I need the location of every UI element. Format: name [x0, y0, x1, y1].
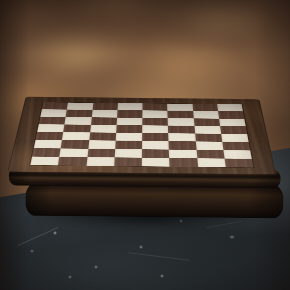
- square-f6: [169, 141, 196, 149]
- square-h8: [224, 158, 253, 167]
- square-h6: [169, 158, 197, 167]
- square-h4: [114, 157, 142, 166]
- board-frame: [7, 97, 276, 175]
- square-e6: [168, 133, 195, 141]
- square-h7: [197, 158, 226, 167]
- square-e2: [62, 132, 90, 140]
- square-h2: [58, 157, 87, 166]
- square-h5: [142, 158, 170, 167]
- square-f2: [61, 140, 89, 148]
- square-g5: [142, 149, 169, 158]
- square-e5: [142, 133, 169, 141]
- square-g6: [169, 149, 197, 158]
- square-f4: [115, 141, 142, 149]
- square-g7: [196, 150, 224, 159]
- square-g3: [87, 149, 115, 158]
- chess-box: [0, 0, 290, 290]
- board-grid: [30, 102, 253, 167]
- square-f7: [195, 141, 223, 150]
- square-h1: [30, 156, 59, 165]
- square-e3: [89, 132, 116, 140]
- square-g4: [114, 149, 142, 158]
- square-e1: [36, 132, 64, 140]
- chess-board: [7, 97, 276, 175]
- square-h3: [86, 157, 114, 166]
- square-f3: [88, 140, 116, 148]
- square-g2: [60, 148, 88, 157]
- square-e4: [115, 133, 142, 141]
- square-f5: [142, 141, 169, 149]
- square-g1: [32, 148, 61, 157]
- square-f1: [34, 140, 62, 148]
- chess-box-base: [25, 183, 283, 219]
- photo-scene: [0, 0, 290, 290]
- square-g8: [223, 150, 252, 159]
- square-f8: [222, 142, 250, 151]
